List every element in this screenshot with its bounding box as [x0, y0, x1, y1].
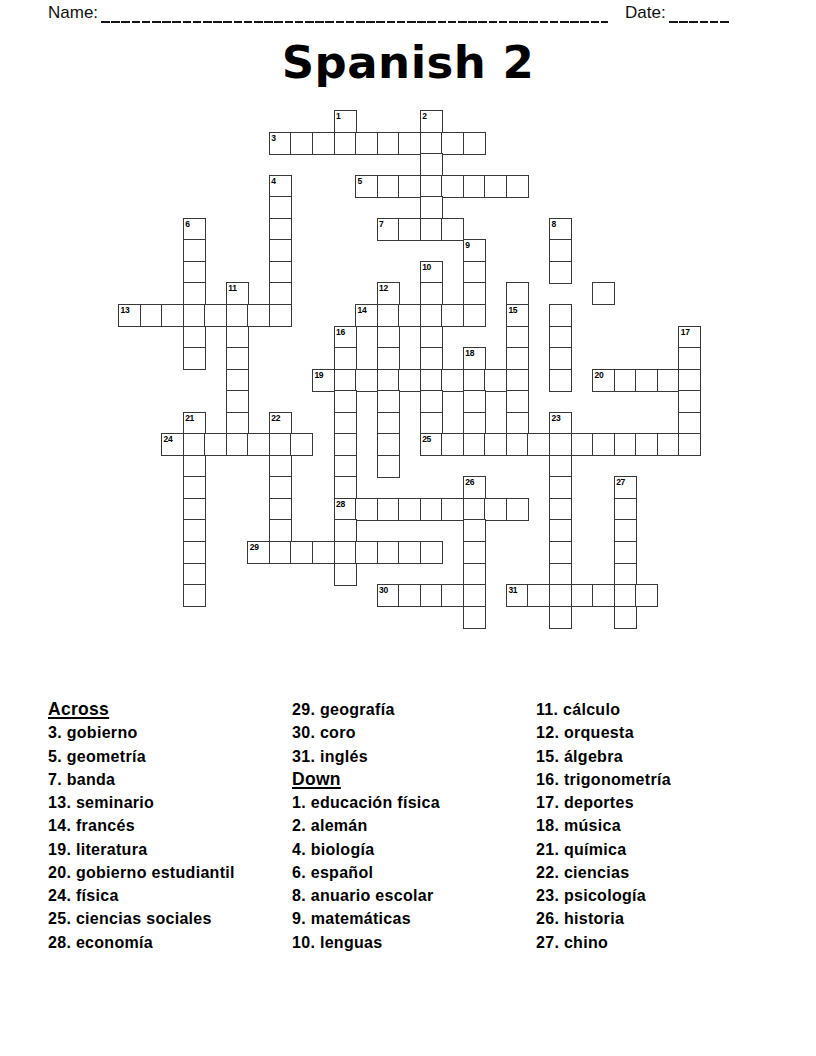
grid-cell-r1-c14[interactable] [420, 132, 443, 155]
grid-cell-r7-c7[interactable] [269, 261, 292, 284]
clue-number-5: 5 [358, 176, 362, 186]
grid-cell-r1-c16[interactable] [463, 132, 486, 155]
grid-cell-r16-c3[interactable] [183, 455, 206, 478]
grid-cell-r9-c5[interactable] [226, 304, 249, 327]
grid-cell-r9-c2[interactable] [161, 304, 184, 327]
grid-cell-r21-c16[interactable] [463, 563, 486, 586]
clue-across-13: 13. seminario [48, 791, 235, 814]
grid-cell-r5-c13[interactable] [398, 218, 421, 241]
clue-down-11: 11. cálculo [536, 698, 671, 721]
grid-cell-r9-c14[interactable] [420, 304, 443, 327]
clue-number-24: 24 [164, 434, 173, 444]
clue-number-29: 29 [250, 542, 259, 552]
grid-cell-r4-c7[interactable] [269, 196, 292, 219]
grid-cell-r12-c13[interactable] [398, 369, 421, 392]
grid-cell-r18-c23[interactable] [614, 498, 637, 521]
grid-cell-r21-c3[interactable] [183, 563, 206, 586]
grid-cell-r15-c2[interactable]: 24 [161, 433, 184, 456]
grid-cell-r22-c16[interactable] [463, 584, 486, 607]
grid-cell-r23-c23[interactable] [614, 606, 637, 629]
grid-cell-r15-c6[interactable] [247, 433, 270, 456]
grid-cell-r18-c7[interactable] [269, 498, 292, 521]
clue-across-25: 25. ciencias sociales [48, 907, 235, 930]
grid-cell-r5-c14[interactable] [420, 218, 443, 241]
grid-cell-r18-c10[interactable]: 28 [334, 498, 357, 521]
grid-cell-r8-c12[interactable]: 12 [377, 282, 400, 305]
grid-cell-r12-c24[interactable] [635, 369, 658, 392]
grid-cell-r12-c9[interactable]: 19 [312, 369, 335, 392]
grid-cell-r12-c10[interactable] [334, 369, 357, 392]
grid-cell-r12-c15[interactable] [441, 369, 464, 392]
clue-number-16: 16 [336, 327, 345, 337]
grid-cell-r9-c16[interactable] [463, 304, 486, 327]
grid-cell-r16-c7[interactable] [269, 455, 292, 478]
grid-cell-r20-c20[interactable] [549, 541, 572, 564]
clue-number-12: 12 [379, 283, 388, 293]
grid-cell-r14-c20[interactable]: 23 [549, 412, 572, 435]
grid-cell-r12-c26[interactable] [678, 369, 701, 392]
grid-cell-r19-c3[interactable] [183, 519, 206, 542]
grid-cell-r12-c25[interactable] [657, 369, 680, 392]
clue-number-31: 31 [508, 585, 517, 595]
name-label: Name: [48, 3, 98, 23]
grid-cell-r11-c26[interactable] [678, 347, 701, 370]
grid-cell-r11-c10[interactable] [334, 347, 357, 370]
grid-cell-r11-c20[interactable] [549, 347, 572, 370]
clue-across-28: 28. economía [48, 931, 235, 954]
clue-across-24: 24. física [48, 884, 235, 907]
grid-cell-r8-c14[interactable] [420, 282, 443, 305]
clue-down-27: 27. chino [536, 931, 671, 954]
grid-cell-r15-c19[interactable] [527, 433, 550, 456]
grid-cell-r13-c5[interactable] [226, 390, 249, 413]
grid-cell-r15-c8[interactable] [290, 433, 313, 456]
grid-cell-r15-c26[interactable] [678, 433, 701, 456]
grid-cell-r6-c7[interactable] [269, 239, 292, 262]
grid-cell-r12-c20[interactable] [549, 369, 572, 392]
grid-cell-r5-c15[interactable] [441, 218, 464, 241]
grid-cell-r5-c20[interactable]: 8 [549, 218, 572, 241]
grid-cell-r23-c20[interactable] [549, 606, 572, 629]
grid-cell-r9-c13[interactable] [398, 304, 421, 327]
clue-number-23: 23 [552, 413, 561, 423]
grid-cell-r9-c7[interactable] [269, 304, 292, 327]
grid-cell-r22-c19[interactable] [527, 584, 550, 607]
grid-cell-r22-c15[interactable] [441, 584, 464, 607]
grid-cell-r1-c8[interactable] [290, 132, 313, 155]
grid-cell-r3-c12[interactable] [377, 175, 400, 198]
clue-number-20: 20 [595, 370, 604, 380]
grid-cell-r9-c15[interactable] [441, 304, 464, 327]
grid-cell-r14-c16[interactable] [463, 412, 486, 435]
grid-cell-r20-c9[interactable] [312, 541, 335, 564]
grid-cell-r0-c14[interactable]: 2 [420, 110, 443, 133]
grid-cell-r8-c22[interactable] [592, 282, 615, 305]
name-write-line [101, 20, 608, 23]
clue-across-20: 20. gobierno estudiantil [48, 861, 235, 884]
date-label: Date: [625, 3, 666, 23]
grid-cell-r3-c11[interactable]: 5 [355, 175, 378, 198]
grid-cell-r15-c7[interactable] [269, 433, 292, 456]
clue-number-2: 2 [422, 111, 426, 121]
grid-cell-r22-c21[interactable] [571, 584, 594, 607]
grid-cell-r12-c11[interactable] [355, 369, 378, 392]
grid-cell-r15-c14[interactable]: 25 [420, 433, 443, 456]
grid-cell-r9-c0[interactable]: 13 [118, 304, 141, 327]
clue-across-31: 31. inglés [292, 745, 440, 768]
grid-cell-r11-c16[interactable]: 18 [463, 347, 486, 370]
clue-down-9: 9. matemáticas [292, 907, 440, 930]
grid-cell-r12-c16[interactable] [463, 369, 486, 392]
grid-cell-r10-c5[interactable] [226, 326, 249, 349]
grid-cell-r1-c13[interactable] [398, 132, 421, 155]
grid-cell-r9-c20[interactable] [549, 304, 572, 327]
clue-across-7: 7. banda [48, 768, 235, 791]
grid-cell-r22-c22[interactable] [592, 584, 615, 607]
clue-number-17: 17 [681, 327, 690, 337]
grid-cell-r15-c23[interactable] [614, 433, 637, 456]
grid-cell-r1-c9[interactable] [312, 132, 335, 155]
clue-across-5: 5. geometría [48, 745, 235, 768]
grid-cell-r14-c12[interactable] [377, 412, 400, 435]
grid-cell-r15-c22[interactable] [592, 433, 615, 456]
clue-down-1: 1. educación física [292, 791, 440, 814]
clue-number-21: 21 [185, 413, 194, 423]
grid-cell-r16-c20[interactable] [549, 455, 572, 478]
grid-cell-r17-c7[interactable] [269, 476, 292, 499]
grid-cell-r8-c16[interactable] [463, 282, 486, 305]
clue-across-30: 30. coro [292, 721, 440, 744]
grid-cell-r15-c20[interactable] [549, 433, 572, 456]
grid-cell-r3-c15[interactable] [441, 175, 464, 198]
grid-cell-r9-c3[interactable] [183, 304, 206, 327]
grid-cell-r5-c12[interactable]: 7 [377, 218, 400, 241]
grid-cell-r13-c14[interactable] [420, 390, 443, 413]
grid-cell-r12-c12[interactable] [377, 369, 400, 392]
grid-cell-r15-c21[interactable] [571, 433, 594, 456]
date-write-line [669, 20, 729, 23]
clue-down-4: 4. biología [292, 838, 440, 861]
clue-down-8: 8. anuario escolar [292, 884, 440, 907]
clue-number-25: 25 [422, 434, 431, 444]
grid-cell-r1-c7[interactable]: 3 [269, 132, 292, 155]
grid-cell-r23-c16[interactable] [463, 606, 486, 629]
grid-cell-r15-c17[interactable] [484, 433, 507, 456]
clue-number-28: 28 [336, 499, 345, 509]
clue-down-18: 18. música [536, 814, 671, 837]
grid-cell-r18-c20[interactable] [549, 498, 572, 521]
grid-cell-r16-c12[interactable] [377, 455, 400, 478]
grid-cell-r14-c10[interactable] [334, 412, 357, 435]
grid-cell-r8-c5[interactable]: 11 [226, 282, 249, 305]
clue-column-3: 11. cálculo12. orquesta15. álgebra16. tr… [536, 698, 671, 954]
grid-cell-r12-c5[interactable] [226, 369, 249, 392]
clue-down-2: 2. alemán [292, 814, 440, 837]
clue-across-29: 29. geografía [292, 698, 440, 721]
grid-cell-r7-c14[interactable]: 10 [420, 261, 443, 284]
grid-cell-r17-c10[interactable] [334, 476, 357, 499]
grid-cell-r15-c10[interactable] [334, 433, 357, 456]
clue-number-19: 19 [314, 370, 323, 380]
grid-cell-r20-c13[interactable] [398, 541, 421, 564]
grid-cell-r12-c23[interactable] [614, 369, 637, 392]
clue-number-26: 26 [465, 477, 474, 487]
grid-cell-r20-c8[interactable] [290, 541, 313, 564]
grid-cell-r19-c23[interactable] [614, 519, 637, 542]
grid-cell-r10-c18[interactable] [506, 326, 529, 349]
grid-cell-r19-c10[interactable] [334, 519, 357, 542]
grid-cell-r6-c20[interactable] [549, 239, 572, 262]
grid-cell-r11-c12[interactable] [377, 347, 400, 370]
grid-cell-r14-c14[interactable] [420, 412, 443, 435]
grid-cell-r10-c12[interactable] [377, 326, 400, 349]
grid-cell-r10-c26[interactable]: 17 [678, 326, 701, 349]
grid-cell-r13-c12[interactable] [377, 390, 400, 413]
grid-cell-r19-c20[interactable] [549, 519, 572, 542]
grid-cell-r18-c17[interactable] [484, 498, 507, 521]
grid-cell-r13-c16[interactable] [463, 390, 486, 413]
clue-column-2: 29. geografía30. coro31. inglésDown1. ed… [292, 698, 440, 954]
clue-down-23: 23. psicología [536, 884, 671, 907]
clue-down-21: 21. química [536, 838, 671, 861]
grid-cell-r17-c3[interactable] [183, 476, 206, 499]
clue-number-1: 1 [336, 111, 340, 121]
grid-cell-r20-c12[interactable] [377, 541, 400, 564]
grid-cell-r10-c14[interactable] [420, 326, 443, 349]
grid-cell-r18-c13[interactable] [398, 498, 421, 521]
grid-cell-r14-c18[interactable] [506, 412, 529, 435]
clue-number-14: 14 [358, 305, 367, 315]
grid-cell-r18-c16[interactable] [463, 498, 486, 521]
grid-cell-r11-c3[interactable] [183, 347, 206, 370]
grid-cell-r0-c10[interactable]: 1 [334, 110, 357, 133]
page-title: Spanish 2 [0, 36, 816, 90]
grid-cell-r12-c22[interactable]: 20 [592, 369, 615, 392]
grid-cell-r9-c6[interactable] [247, 304, 270, 327]
grid-cell-r22-c13[interactable] [398, 584, 421, 607]
grid-cell-r7-c16[interactable] [463, 261, 486, 284]
grid-cell-r11-c14[interactable] [420, 347, 443, 370]
grid-cell-r1-c11[interactable] [355, 132, 378, 155]
grid-cell-r20-c7[interactable] [269, 541, 292, 564]
clue-number-22: 22 [271, 413, 280, 423]
grid-cell-r15-c3[interactable] [183, 433, 206, 456]
grid-cell-r15-c24[interactable] [635, 433, 658, 456]
grid-cell-r11-c18[interactable] [506, 347, 529, 370]
grid-cell-r15-c16[interactable] [463, 433, 486, 456]
grid-cell-r4-c14[interactable] [420, 196, 443, 219]
grid-cell-r6-c3[interactable] [183, 239, 206, 262]
grid-cell-r15-c12[interactable] [377, 433, 400, 456]
grid-cell-r20-c11[interactable] [355, 541, 378, 564]
grid-cell-r22-c14[interactable] [420, 584, 443, 607]
grid-cell-r16-c10[interactable] [334, 455, 357, 478]
clue-number-13: 13 [121, 305, 130, 315]
grid-cell-r19-c7[interactable] [269, 519, 292, 542]
clue-number-11: 11 [228, 283, 236, 293]
grid-cell-r5-c3[interactable]: 6 [183, 218, 206, 241]
clue-across-14: 14. francés [48, 814, 235, 837]
grid-cell-r19-c16[interactable] [463, 519, 486, 542]
clue-across-19: 19. literatura [48, 838, 235, 861]
clue-number-4: 4 [271, 176, 275, 186]
crossword-grid: 1234567891011121314151617181920212223242… [118, 110, 700, 628]
grid-cell-r15-c4[interactable] [204, 433, 227, 456]
grid-cell-r3-c16[interactable] [463, 175, 486, 198]
grid-cell-r3-c7[interactable]: 4 [269, 175, 292, 198]
grid-cell-r22-c24[interactable] [635, 584, 658, 607]
grid-cell-r6-c16[interactable]: 9 [463, 239, 486, 262]
grid-cell-r20-c10[interactable] [334, 541, 357, 564]
grid-cell-r21-c10[interactable] [334, 563, 357, 586]
down-heading: Down [292, 768, 440, 791]
grid-cell-r3-c18[interactable] [506, 175, 529, 198]
grid-cell-r3-c13[interactable] [398, 175, 421, 198]
grid-cell-r15-c15[interactable] [441, 433, 464, 456]
grid-cell-r14-c7[interactable]: 22 [269, 412, 292, 435]
grid-cell-r10-c3[interactable] [183, 326, 206, 349]
grid-cell-r7-c20[interactable] [549, 261, 572, 284]
grid-cell-r22-c12[interactable]: 30 [377, 584, 400, 607]
grid-cell-r17-c23[interactable]: 27 [614, 476, 637, 499]
grid-cell-r18-c18[interactable] [506, 498, 529, 521]
grid-cell-r20-c23[interactable] [614, 541, 637, 564]
grid-cell-r18-c11[interactable] [355, 498, 378, 521]
grid-cell-r17-c16[interactable]: 26 [463, 476, 486, 499]
clue-down-16: 16. trigonometría [536, 768, 671, 791]
clue-number-15: 15 [508, 305, 517, 315]
grid-cell-r8-c3[interactable] [183, 282, 206, 305]
across-heading: Across [48, 698, 235, 721]
grid-cell-r15-c18[interactable] [506, 433, 529, 456]
clue-number-10: 10 [422, 262, 431, 272]
grid-cell-r21-c23[interactable] [614, 563, 637, 586]
clue-number-3: 3 [271, 133, 275, 143]
grid-cell-r15-c25[interactable] [657, 433, 680, 456]
grid-cell-r13-c10[interactable] [334, 390, 357, 413]
grid-cell-r18-c15[interactable] [441, 498, 464, 521]
grid-cell-r2-c14[interactable] [420, 153, 443, 176]
grid-cell-r18-c12[interactable] [377, 498, 400, 521]
grid-cell-r18-c3[interactable] [183, 498, 206, 521]
grid-cell-r20-c16[interactable] [463, 541, 486, 564]
clue-down-17: 17. deportes [536, 791, 671, 814]
grid-cell-r12-c14[interactable] [420, 369, 443, 392]
grid-cell-r9-c18[interactable]: 15 [506, 304, 529, 327]
clue-down-10: 10. lenguas [292, 931, 440, 954]
grid-cell-r9-c4[interactable] [204, 304, 227, 327]
grid-cell-r14-c5[interactable] [226, 412, 249, 435]
grid-cell-r22-c3[interactable] [183, 584, 206, 607]
grid-cell-r10-c10[interactable]: 16 [334, 326, 357, 349]
grid-cell-r14-c26[interactable] [678, 412, 701, 435]
grid-cell-r20-c3[interactable] [183, 541, 206, 564]
grid-cell-r8-c7[interactable] [269, 282, 292, 305]
grid-cell-r9-c11[interactable]: 14 [355, 304, 378, 327]
grid-cell-r22-c20[interactable] [549, 584, 572, 607]
grid-cell-r14-c3[interactable]: 21 [183, 412, 206, 435]
clue-column-1: Across3. gobierno5. geometría7. banda13.… [48, 698, 235, 954]
grid-cell-r11-c5[interactable] [226, 347, 249, 370]
clue-number-30: 30 [379, 585, 388, 595]
clue-number-27: 27 [616, 477, 625, 487]
grid-cell-r10-c20[interactable] [549, 326, 572, 349]
grid-cell-r3-c14[interactable] [420, 175, 443, 198]
grid-cell-r1-c15[interactable] [441, 132, 464, 155]
grid-cell-r17-c20[interactable] [549, 476, 572, 499]
grid-cell-r1-c10[interactable] [334, 132, 357, 155]
grid-cell-r15-c5[interactable] [226, 433, 249, 456]
clue-down-26: 26. historia [536, 907, 671, 930]
grid-cell-r5-c7[interactable] [269, 218, 292, 241]
grid-cell-r22-c23[interactable] [614, 584, 637, 607]
grid-cell-r22-c18[interactable]: 31 [506, 584, 529, 607]
clue-number-18: 18 [465, 348, 474, 358]
clue-down-22: 22. ciencias [536, 861, 671, 884]
clue-number-7: 7 [379, 219, 383, 229]
clue-across-3: 3. gobierno [48, 721, 235, 744]
grid-cell-r9-c1[interactable] [140, 304, 163, 327]
clue-down-6: 6. español [292, 861, 440, 884]
clue-down-15: 15. álgebra [536, 745, 671, 768]
grid-cell-r8-c18[interactable] [506, 282, 529, 305]
grid-cell-r3-c17[interactable] [484, 175, 507, 198]
grid-cell-r12-c18[interactable] [506, 369, 529, 392]
grid-cell-r20-c14[interactable] [420, 541, 443, 564]
grid-cell-r13-c18[interactable] [506, 390, 529, 413]
clue-number-9: 9 [465, 240, 469, 250]
clue-down-12: 12. orquesta [536, 721, 671, 744]
grid-cell-r21-c20[interactable] [549, 563, 572, 586]
grid-cell-r13-c26[interactable] [678, 390, 701, 413]
clue-number-8: 8 [552, 219, 556, 229]
grid-cell-r18-c14[interactable] [420, 498, 443, 521]
grid-cell-r20-c6[interactable]: 29 [247, 541, 270, 564]
grid-cell-r7-c3[interactable] [183, 261, 206, 284]
grid-cell-r12-c17[interactable] [484, 369, 507, 392]
grid-cell-r1-c12[interactable] [377, 132, 400, 155]
grid-cell-r9-c12[interactable] [377, 304, 400, 327]
clue-number-6: 6 [185, 219, 189, 229]
